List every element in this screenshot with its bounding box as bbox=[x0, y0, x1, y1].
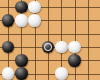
board-intersection[interactable] bbox=[1, 54, 14, 67]
board-intersection[interactable] bbox=[15, 54, 28, 67]
board-intersection[interactable] bbox=[15, 0, 28, 13]
board-intersection[interactable] bbox=[1, 67, 14, 80]
board-intersection[interactable] bbox=[55, 54, 68, 67]
white-stone[interactable] bbox=[55, 67, 68, 80]
white-stone[interactable] bbox=[28, 1, 41, 14]
board-intersection[interactable] bbox=[68, 40, 81, 53]
board-intersection[interactable] bbox=[55, 40, 68, 53]
board-intersection[interactable] bbox=[68, 0, 81, 13]
board-intersection[interactable] bbox=[28, 40, 41, 53]
board-intersection[interactable] bbox=[1, 14, 14, 27]
board-intersection[interactable] bbox=[41, 67, 54, 80]
white-stone[interactable] bbox=[68, 41, 81, 54]
black-stone[interactable] bbox=[42, 41, 55, 54]
board-intersection[interactable] bbox=[28, 0, 41, 13]
board-intersection[interactable] bbox=[41, 0, 54, 13]
black-stone[interactable] bbox=[15, 1, 28, 14]
board-intersection[interactable] bbox=[41, 54, 54, 67]
board-intersection[interactable] bbox=[81, 67, 94, 80]
board-intersection[interactable] bbox=[41, 40, 54, 53]
go-board bbox=[0, 0, 100, 80]
board-intersection[interactable] bbox=[55, 0, 68, 13]
board-intersection[interactable] bbox=[68, 54, 81, 67]
black-stone[interactable] bbox=[68, 54, 81, 67]
board-intersection[interactable] bbox=[68, 14, 81, 27]
board-intersection[interactable] bbox=[28, 27, 41, 40]
board-intersection[interactable] bbox=[81, 27, 94, 40]
board-intersections bbox=[1, 0, 94, 80]
board-intersection[interactable] bbox=[81, 40, 94, 53]
board-intersection[interactable] bbox=[55, 67, 68, 80]
black-stone[interactable] bbox=[15, 54, 28, 67]
board-intersection[interactable] bbox=[15, 27, 28, 40]
board-intersection[interactable] bbox=[28, 67, 41, 80]
black-stone[interactable] bbox=[2, 41, 15, 54]
go-board-screenshot: { "game": "go", "view": { "description_o… bbox=[0, 0, 100, 80]
board-intersection[interactable] bbox=[28, 54, 41, 67]
board-intersection[interactable] bbox=[41, 27, 54, 40]
board-intersection[interactable] bbox=[15, 40, 28, 53]
board-intersection[interactable] bbox=[81, 14, 94, 27]
board-intersection[interactable] bbox=[55, 14, 68, 27]
black-stone[interactable] bbox=[15, 67, 28, 80]
white-stone[interactable] bbox=[28, 14, 41, 27]
last-move-marker bbox=[44, 43, 52, 51]
board-intersection[interactable] bbox=[28, 14, 41, 27]
board-intersection[interactable] bbox=[68, 67, 81, 80]
board-intersection[interactable] bbox=[81, 0, 94, 13]
white-stone[interactable] bbox=[15, 14, 28, 27]
black-stone[interactable] bbox=[2, 14, 15, 27]
board-intersection[interactable] bbox=[15, 67, 28, 80]
white-stone[interactable] bbox=[2, 67, 15, 80]
board-intersection[interactable] bbox=[1, 27, 14, 40]
white-stone[interactable] bbox=[55, 41, 68, 54]
board-intersection[interactable] bbox=[1, 0, 14, 13]
board-intersection[interactable] bbox=[81, 54, 94, 67]
board-intersection[interactable] bbox=[15, 14, 28, 27]
board-intersection[interactable] bbox=[68, 27, 81, 40]
board-intersection[interactable] bbox=[1, 40, 14, 53]
board-intersection[interactable] bbox=[55, 27, 68, 40]
board-intersection[interactable] bbox=[41, 14, 54, 27]
